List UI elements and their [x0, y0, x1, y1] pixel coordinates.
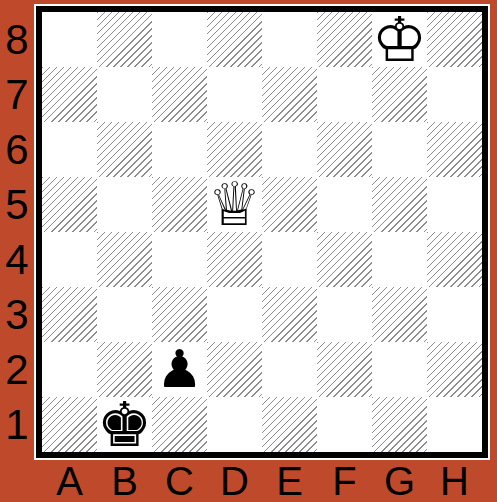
rank-label-6: 6	[0, 122, 34, 177]
square-e2[interactable]	[262, 342, 317, 397]
square-e7[interactable]	[262, 67, 317, 122]
file-label-c: C	[152, 459, 207, 502]
file-label-a: A	[42, 459, 97, 502]
square-e8[interactable]	[262, 12, 317, 67]
white-queen-icon[interactable]: ♕	[208, 177, 262, 232]
chess-diagram: 87654321 ♔♕♟♚ ABCDEFGH	[0, 0, 497, 502]
square-g2[interactable]	[372, 342, 427, 397]
square-b4[interactable]	[97, 232, 152, 287]
board-border: ♔♕♟♚	[36, 6, 488, 458]
square-g7[interactable]	[372, 67, 427, 122]
square-d2[interactable]	[207, 342, 262, 397]
file-label-b: B	[97, 459, 152, 502]
square-b8[interactable]	[97, 12, 152, 67]
square-b5[interactable]	[97, 177, 152, 232]
square-h5[interactable]	[427, 177, 482, 232]
square-e3[interactable]	[262, 287, 317, 342]
square-a6[interactable]	[42, 122, 97, 177]
square-h4[interactable]	[427, 232, 482, 287]
square-c2[interactable]: ♟	[152, 342, 207, 397]
rank-label-3: 3	[0, 287, 34, 342]
square-c3[interactable]	[152, 287, 207, 342]
square-e5[interactable]	[262, 177, 317, 232]
file-label-f: F	[317, 459, 372, 502]
square-a8[interactable]	[42, 12, 97, 67]
rank-label-5: 5	[0, 177, 34, 232]
square-g3[interactable]	[372, 287, 427, 342]
square-d4[interactable]	[207, 232, 262, 287]
square-e6[interactable]	[262, 122, 317, 177]
square-g4[interactable]	[372, 232, 427, 287]
square-d3[interactable]	[207, 287, 262, 342]
file-labels: ABCDEFGH	[42, 459, 482, 502]
chess-board: ♔♕♟♚	[42, 12, 482, 452]
file-label-h: H	[427, 459, 482, 502]
black-king-icon[interactable]: ♚	[97, 397, 153, 452]
square-g8[interactable]: ♔	[372, 12, 427, 67]
rank-labels: 87654321	[0, 12, 34, 452]
board-frame: ♔♕♟♚	[34, 4, 490, 460]
square-c7[interactable]	[152, 67, 207, 122]
rank-label-7: 7	[0, 67, 34, 122]
square-a1[interactable]	[42, 397, 97, 452]
square-a5[interactable]	[42, 177, 97, 232]
square-h6[interactable]	[427, 122, 482, 177]
square-e4[interactable]	[262, 232, 317, 287]
square-c4[interactable]	[152, 232, 207, 287]
square-b6[interactable]	[97, 122, 152, 177]
square-a7[interactable]	[42, 67, 97, 122]
square-f3[interactable]	[317, 287, 372, 342]
square-a2[interactable]	[42, 342, 97, 397]
rank-label-4: 4	[0, 232, 34, 287]
square-g1[interactable]	[372, 397, 427, 452]
square-d8[interactable]	[207, 12, 262, 67]
square-b3[interactable]	[97, 287, 152, 342]
square-d5[interactable]: ♕	[207, 177, 262, 232]
square-h1[interactable]	[427, 397, 482, 452]
square-c8[interactable]	[152, 12, 207, 67]
square-h7[interactable]	[427, 67, 482, 122]
square-g5[interactable]	[372, 177, 427, 232]
square-a3[interactable]	[42, 287, 97, 342]
rank-label-2: 2	[0, 342, 34, 397]
square-f6[interactable]	[317, 122, 372, 177]
square-f1[interactable]	[317, 397, 372, 452]
square-b1[interactable]: ♚	[97, 397, 152, 452]
square-g6[interactable]	[372, 122, 427, 177]
square-a4[interactable]	[42, 232, 97, 287]
square-h8[interactable]	[427, 12, 482, 67]
square-c1[interactable]	[152, 397, 207, 452]
square-f2[interactable]	[317, 342, 372, 397]
square-c5[interactable]	[152, 177, 207, 232]
square-b7[interactable]	[97, 67, 152, 122]
square-f5[interactable]	[317, 177, 372, 232]
black-pawn-icon[interactable]: ♟	[156, 342, 203, 397]
file-label-e: E	[262, 459, 317, 502]
square-d7[interactable]	[207, 67, 262, 122]
square-f8[interactable]	[317, 12, 372, 67]
square-e1[interactable]	[262, 397, 317, 452]
square-c6[interactable]	[152, 122, 207, 177]
square-d1[interactable]	[207, 397, 262, 452]
square-h2[interactable]	[427, 342, 482, 397]
square-h3[interactable]	[427, 287, 482, 342]
square-f7[interactable]	[317, 67, 372, 122]
rank-label-8: 8	[0, 12, 34, 67]
file-label-d: D	[207, 459, 262, 502]
white-king-icon[interactable]: ♔	[372, 12, 428, 67]
square-f4[interactable]	[317, 232, 372, 287]
file-label-g: G	[372, 459, 427, 502]
rank-label-1: 1	[0, 397, 34, 452]
